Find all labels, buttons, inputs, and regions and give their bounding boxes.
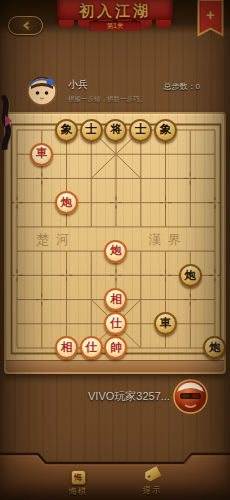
hint-label: 提示 — [132, 485, 172, 497]
piece-black-車[interactable]: 車 — [154, 312, 177, 335]
piece-red-炮[interactable]: 炮 — [104, 240, 127, 263]
piece-red-仕[interactable]: 仕 — [80, 336, 103, 359]
piece-red-炮[interactable]: 炮 — [55, 191, 78, 214]
plus-icon: + — [206, 6, 215, 23]
game-screen: 初入江湖 第1关 + — [0, 0, 230, 500]
piece-black-士[interactable]: 士 — [80, 119, 103, 142]
piece-black-将[interactable]: 将 — [104, 119, 127, 142]
top-player-avatar[interactable] — [27, 76, 57, 106]
top-bar: 初入江湖 第1关 + — [0, 0, 230, 34]
board-bottom-edge — [6, 360, 224, 372]
undo-button[interactable]: 悔 悔棋 — [58, 466, 98, 498]
title-banner: 初入江湖 第1关 — [57, 0, 173, 34]
level-badge: 第1关 — [89, 21, 141, 31]
bottom-player-row: VIVO玩家3257... — [0, 374, 230, 420]
piece-red-帥[interactable]: 帥 — [104, 336, 127, 359]
bottom-player-avatar[interactable] — [173, 379, 208, 414]
top-player-motto: 棋输一步错，棋胜一步巧。 — [68, 95, 146, 104]
hint-tag-icon — [142, 466, 161, 483]
piece-red-相[interactable]: 相 — [104, 288, 127, 311]
piece-black-炮[interactable]: 炮 — [203, 336, 226, 359]
undo-label: 悔棋 — [58, 486, 98, 498]
bottom-player-name: VIVO玩家3257... — [88, 389, 170, 404]
piece-black-象[interactable]: 象 — [55, 119, 78, 142]
piece-black-象[interactable]: 象 — [154, 119, 177, 142]
page-title: 初入江湖 — [57, 2, 173, 21]
top-player-row: 小兵 棋输一步错，棋胜一步巧。 总步数：0 — [0, 70, 230, 112]
pieces-layer: 象士将士象車炮炮炮相仕車相仕帥炮 — [5, 118, 228, 360]
hint-button[interactable]: 提示 — [132, 466, 172, 497]
xiangqi-board: 楚河 漢界 象士将士象車炮炮炮相仕車相仕帥炮 — [4, 112, 226, 374]
back-button[interactable] — [8, 16, 43, 35]
steps-counter: 总步数：0 — [164, 81, 200, 92]
piece-red-仕[interactable]: 仕 — [104, 312, 127, 335]
side-menu-tab[interactable] — [0, 95, 15, 150]
top-player-name: 小兵 — [68, 78, 88, 92]
add-button[interactable]: + — [197, 0, 224, 38]
piece-red-車[interactable]: 車 — [30, 143, 53, 166]
piece-red-相[interactable]: 相 — [55, 336, 78, 359]
bottom-toolbar: 悔 悔棋 提示 — [0, 452, 230, 500]
undo-icon: 悔 — [71, 470, 86, 485]
piece-black-士[interactable]: 士 — [129, 119, 152, 142]
back-arrow-icon — [20, 20, 31, 31]
piece-black-炮[interactable]: 炮 — [179, 264, 202, 287]
